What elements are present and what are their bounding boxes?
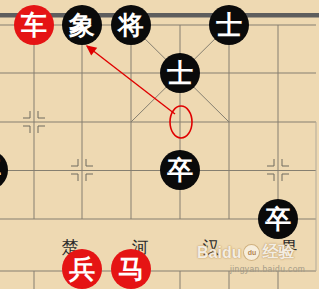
pieces-layer: 车象将士士卒卒卒兵马 xyxy=(0,0,319,289)
piece-black-卒-a3[interactable]: 卒 xyxy=(0,150,8,190)
piece-black-士-f0[interactable]: 士 xyxy=(209,5,249,45)
piece-red-马-d5[interactable]: 马 xyxy=(111,249,151,289)
piece-black-卒-e3[interactable]: 卒 xyxy=(160,150,200,190)
piece-black-象-c0[interactable]: 象 xyxy=(62,5,102,45)
piece-black-将-d0[interactable]: 将 xyxy=(111,5,151,45)
piece-black-卒-g4[interactable]: 卒 xyxy=(258,199,298,239)
piece-red-兵-c5[interactable]: 兵 xyxy=(62,249,102,289)
piece-black-士-e1[interactable]: 士 xyxy=(160,53,200,93)
piece-red-车-b0[interactable]: 车 xyxy=(14,5,54,45)
xiangqi-board-screenshot: 楚河汉界 Baidu du 经验 jingyan.baidu.com 车象将士士… xyxy=(0,0,319,289)
